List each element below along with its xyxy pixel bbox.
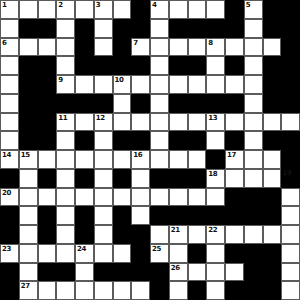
grid-cell[interactable] [38,244,57,263]
grid-cell[interactable] [94,244,113,263]
block-cell [169,56,188,75]
grid-cell[interactable] [244,113,263,132]
block-cell [225,56,244,75]
block-cell [113,263,132,282]
grid-cell[interactable]: 25 [150,244,169,263]
block-cell [188,56,207,75]
block-cell: 19 [281,169,300,188]
grid-cell[interactable] [225,225,244,244]
block-cell [263,0,282,19]
block-cell [113,169,132,188]
block-cell [188,281,207,300]
grid-cell[interactable] [56,131,75,150]
block-cell [150,263,169,282]
grid-cell[interactable] [75,281,94,300]
grid-cell[interactable]: 21 [169,225,188,244]
clue-number: 9 [58,76,62,84]
grid-cell[interactable] [263,169,282,188]
block-cell [131,263,150,282]
grid-cell[interactable] [0,56,19,75]
block-cell [19,131,38,150]
clue-number: 14 [2,151,11,159]
grid-cell[interactable] [19,206,38,225]
grid-cell[interactable] [281,225,300,244]
block-cell [113,38,132,57]
grid-cell[interactable] [244,150,263,169]
grid-cell[interactable] [263,225,282,244]
block-cell [281,150,300,169]
grid-cell[interactable] [75,75,94,94]
block-cell [244,263,263,282]
block-cell [113,19,132,38]
block-cell [38,225,57,244]
grid-cell[interactable] [94,169,113,188]
block-cell [113,206,132,225]
grid-cell[interactable]: 3 [94,0,113,19]
block-cell [188,206,207,225]
grid-cell[interactable] [188,150,207,169]
grid-cell[interactable] [244,75,263,94]
grid-cell[interactable] [244,38,263,57]
block-cell [75,94,94,113]
grid-cell[interactable]: 11 [56,113,75,132]
block-cell [150,281,169,300]
grid-cell[interactable] [19,188,38,207]
grid-cell[interactable] [0,131,19,150]
grid-cell[interactable] [113,113,132,132]
block-cell [244,281,263,300]
grid-cell[interactable] [113,188,132,207]
block-cell [38,94,57,113]
block-cell [131,0,150,19]
block-cell [206,206,225,225]
grid-cell[interactable] [206,263,225,282]
block-cell [150,206,169,225]
grid-cell[interactable] [169,281,188,300]
block-cell [263,94,282,113]
clue-number: 11 [58,114,67,122]
grid-cell[interactable] [281,263,300,282]
grid-cell[interactable] [131,188,150,207]
grid-cell[interactable] [150,188,169,207]
grid-cell[interactable]: 27 [19,281,38,300]
block-cell [0,206,19,225]
clue-number: 1 [2,1,6,9]
grid-cell[interactable]: 24 [75,244,94,263]
grid-cell[interactable] [225,75,244,94]
block-cell [188,94,207,113]
grid-cell[interactable] [56,206,75,225]
block-cell [263,75,282,94]
block-cell [94,56,113,75]
grid-cell[interactable]: 16 [131,150,150,169]
grid-cell[interactable] [188,38,207,57]
grid-cell[interactable] [206,244,225,263]
block-cell [263,281,282,300]
block-cell [188,19,207,38]
grid-cell[interactable]: 8 [206,38,225,57]
clue-number: 6 [2,39,6,47]
block-cell [0,169,19,188]
grid-cell[interactable] [150,75,169,94]
grid-cell[interactable] [281,244,300,263]
grid-cell[interactable] [169,150,188,169]
block-cell [281,56,300,75]
block-cell [113,225,132,244]
block-cell [131,19,150,38]
block-cell [225,188,244,207]
grid-cell[interactable] [94,206,113,225]
grid-cell[interactable] [113,0,132,19]
clue-number: 7 [133,39,137,47]
grid-cell[interactable] [281,281,300,300]
grid-cell[interactable] [206,188,225,207]
block-cell [94,263,113,282]
block-cell [113,56,132,75]
grid-cell[interactable]: 10 [113,75,132,94]
grid-cell[interactable] [0,75,19,94]
block-cell [225,206,244,225]
block-cell [38,131,57,150]
block-cell [206,94,225,113]
block-cell [169,206,188,225]
grid-cell[interactable] [94,19,113,38]
grid-cell[interactable]: 13 [206,113,225,132]
clue-number: 25 [152,245,161,253]
block-cell [263,56,282,75]
grid-cell[interactable] [263,113,282,132]
clue-number: 26 [171,264,180,272]
grid-cell[interactable]: 14 [0,150,19,169]
grid-cell[interactable] [38,188,57,207]
block-cell [75,206,94,225]
grid-cell[interactable] [225,169,244,188]
grid-cell[interactable] [150,131,169,150]
block-cell [131,56,150,75]
grid-cell[interactable] [94,281,113,300]
clue-number: 27 [21,282,30,290]
grid-cell[interactable] [188,263,207,282]
grid-cell[interactable] [38,0,57,19]
grid-cell[interactable] [56,19,75,38]
grid-cell[interactable] [113,150,132,169]
grid-cell[interactable] [75,263,94,282]
grid-cell[interactable] [38,150,57,169]
grid-cell[interactable]: 20 [0,188,19,207]
clue-number: 22 [208,226,217,234]
grid-cell[interactable] [94,38,113,57]
grid-cell[interactable]: 22 [206,225,225,244]
grid-cell[interactable]: 15 [19,150,38,169]
grid-cell[interactable] [19,244,38,263]
grid-cell[interactable] [94,131,113,150]
block-cell [281,94,300,113]
grid-cell[interactable] [75,188,94,207]
block-cell [188,169,207,188]
grid-cell[interactable] [150,56,169,75]
clue-number: 24 [77,245,86,253]
grid-cell[interactable] [188,188,207,207]
grid-cell[interactable] [56,281,75,300]
grid-cell[interactable] [0,19,19,38]
grid-cell[interactable]: 12 [94,113,113,132]
block-cell [131,225,150,244]
grid-cell[interactable] [225,263,244,282]
block-cell [169,169,188,188]
block-cell [19,113,38,132]
grid-cell[interactable] [169,75,188,94]
block-cell [244,206,263,225]
grid-cell[interactable] [188,113,207,132]
clue-number: 10 [115,76,124,84]
grid-cell[interactable] [19,169,38,188]
grid-cell[interactable]: 26 [169,263,188,282]
grid-cell[interactable] [169,244,188,263]
grid-cell[interactable] [113,94,132,113]
grid-cell[interactable] [94,188,113,207]
block-cell [225,0,244,19]
block-cell [206,19,225,38]
grid-cell[interactable] [131,281,150,300]
block-cell [38,56,57,75]
clue-number: 13 [208,114,217,122]
block-cell [19,94,38,113]
grid-cell[interactable] [75,113,94,132]
block-cell [131,131,150,150]
grid-cell[interactable] [56,169,75,188]
clue-number: 12 [96,114,105,122]
grid-cell[interactable]: 5 [244,0,263,19]
grid-cell[interactable] [56,56,75,75]
clue-number: 5 [246,1,250,9]
grid-cell[interactable] [75,0,94,19]
clue-number: 16 [133,151,142,159]
grid-cell[interactable]: 7 [131,38,150,57]
block-cell [225,19,244,38]
block-cell [38,75,57,94]
grid-cell[interactable] [244,94,263,113]
block-cell [75,169,94,188]
block-cell [19,75,38,94]
grid-cell[interactable] [244,56,263,75]
grid-cell[interactable] [56,244,75,263]
grid-cell[interactable] [188,0,207,19]
block-cell [225,94,244,113]
crossword-grid: 1234567891011121314151617181920212223242… [0,0,300,300]
grid-cell[interactable] [0,113,19,132]
block-cell [0,263,19,282]
grid-cell[interactable] [169,188,188,207]
block-cell [263,263,282,282]
grid-cell[interactable]: 6 [0,38,19,57]
block-cell [263,131,282,150]
block-cell [281,19,300,38]
grid-cell[interactable] [263,150,282,169]
block-cell [38,169,57,188]
block-cell [131,244,150,263]
clue-number: 18 [208,170,217,178]
grid-cell[interactable] [244,19,263,38]
block-cell [244,188,263,207]
block-cell [19,19,38,38]
grid-cell[interactable] [94,225,113,244]
grid-cell[interactable] [38,281,57,300]
grid-cell[interactable]: 18 [206,169,225,188]
clue-number: 19 [282,169,291,177]
grid-cell[interactable] [19,225,38,244]
grid-cell[interactable] [225,113,244,132]
clue-number: 8 [208,39,212,47]
clue-number: 21 [171,226,180,234]
block-cell [281,0,300,19]
clue-number: 2 [58,1,62,9]
grid-cell[interactable] [94,75,113,94]
block-cell [38,263,57,282]
grid-cell[interactable] [150,225,169,244]
grid-cell[interactable] [75,150,94,169]
grid-cell[interactable] [244,225,263,244]
block-cell [281,38,300,57]
block-cell [225,244,244,263]
grid-cell[interactable] [263,38,282,57]
block-cell [206,150,225,169]
grid-cell[interactable] [281,188,300,207]
block-cell [75,225,94,244]
grid-cell[interactable] [150,113,169,132]
block-cell [131,94,150,113]
grid-cell[interactable] [56,188,75,207]
grid-cell[interactable] [150,150,169,169]
block-cell [225,281,244,300]
grid-cell[interactable] [206,131,225,150]
grid-cell[interactable] [169,0,188,19]
grid-cell[interactable] [131,75,150,94]
grid-cell[interactable] [281,206,300,225]
block-cell [281,75,300,94]
grid-cell[interactable] [225,38,244,57]
grid-cell[interactable] [206,56,225,75]
grid-cell[interactable] [56,38,75,57]
block-cell [19,56,38,75]
grid-cell[interactable] [19,263,38,282]
grid-cell[interactable] [244,169,263,188]
grid-cell[interactable] [281,113,300,132]
grid-cell[interactable] [150,38,169,57]
grid-cell[interactable] [113,281,132,300]
block-cell [75,56,94,75]
grid-cell[interactable] [131,206,150,225]
grid-cell[interactable] [56,150,75,169]
grid-cell[interactable] [38,38,57,57]
block-cell [0,225,19,244]
block-cell [38,113,57,132]
block-cell [56,94,75,113]
grid-cell[interactable] [0,94,19,113]
grid-cell[interactable] [188,75,207,94]
block-cell [169,19,188,38]
block-cell [225,131,244,150]
grid-cell[interactable] [169,113,188,132]
grid-cell[interactable]: 23 [0,244,19,263]
grid-cell[interactable] [150,19,169,38]
block-cell [0,281,19,300]
block-cell [75,131,94,150]
block-cell [188,244,207,263]
clue-number: 20 [2,189,11,197]
grid-cell[interactable] [131,169,150,188]
grid-cell[interactable] [206,281,225,300]
grid-cell[interactable] [131,113,150,132]
block-cell [263,19,282,38]
clue-number: 15 [21,151,30,159]
grid-cell[interactable] [19,38,38,57]
grid-cell[interactable]: 17 [225,150,244,169]
block-cell [263,244,282,263]
grid-cell[interactable] [150,94,169,113]
clue-number: 4 [152,1,156,9]
block-cell [169,94,188,113]
block-cell [38,19,57,38]
block-cell [113,131,132,150]
clue-number: 17 [227,151,236,159]
block-cell [94,94,113,113]
grid-cell[interactable] [188,225,207,244]
grid-cell[interactable]: 4 [150,0,169,19]
block-cell [281,131,300,150]
block-cell [38,206,57,225]
grid-cell[interactable] [113,244,132,263]
block-cell [75,19,94,38]
block-cell [263,206,282,225]
grid-cell[interactable]: 2 [56,0,75,19]
grid-cell[interactable] [244,131,263,150]
block-cell [150,169,169,188]
grid-cell[interactable] [206,0,225,19]
block-cell [56,263,75,282]
clue-number: 23 [2,245,11,253]
block-cell [188,131,207,150]
grid-cell[interactable]: 9 [56,75,75,94]
block-cell [263,188,282,207]
grid-cell[interactable] [94,150,113,169]
clue-number: 3 [96,1,100,9]
grid-cell[interactable] [19,0,38,19]
grid-cell[interactable] [206,75,225,94]
block-cell [244,244,263,263]
block-cell [75,38,94,57]
grid-cell[interactable]: 1 [0,0,19,19]
grid-cell[interactable] [56,225,75,244]
grid-cell[interactable] [169,38,188,57]
block-cell [169,131,188,150]
